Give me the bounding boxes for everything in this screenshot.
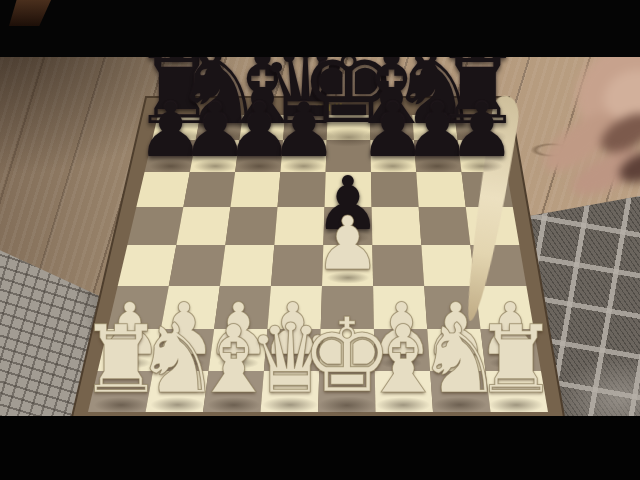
pieces-layer: ♜♞♝♛♚♝♞♜♟♟♟♟♟♟♟♟♟♟♟♟♟♟♟♟♜♞♝♛♚♝♞♜ [0,0,640,480]
piece-white-rook-h1: ♜ [474,313,558,407]
video-frame: ♜♞♝♛♚♝♞♜♟♟♟♟♟♟♟♟♟♟♟♟♟♟♟♟♜♞♝♛♚♝♞♜ [0,0,640,480]
piece-black-pawn-d7: ♟ [270,93,337,168]
piece-black-pawn-h7: ♟ [448,93,515,168]
letterbox-bottom [0,416,640,480]
piece-white-pawn-e4: ♟ [315,206,381,280]
background-object [9,0,51,26]
letterbox-top [0,0,640,57]
hand [546,52,640,222]
